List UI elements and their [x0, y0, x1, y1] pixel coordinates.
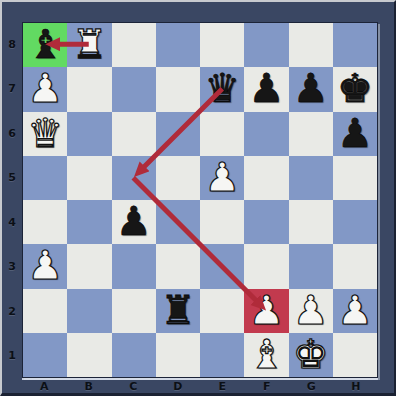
square-h5[interactable]	[333, 156, 377, 200]
file-label-g: G	[289, 378, 334, 394]
square-g4[interactable]	[289, 200, 333, 244]
square-e8[interactable]	[200, 23, 244, 67]
square-a6[interactable]: ♛	[23, 112, 67, 156]
square-a5[interactable]	[23, 156, 67, 200]
square-e7[interactable]: ♛	[200, 67, 244, 111]
rank-label-2: 2	[2, 289, 22, 334]
piece-black-pawn[interactable]: ♟	[337, 111, 373, 155]
rank-label-1: 1	[2, 334, 22, 379]
rank-label-8: 8	[2, 22, 22, 67]
file-label-c: C	[111, 378, 156, 394]
square-e1[interactable]	[200, 333, 244, 377]
piece-white-king[interactable]: ♚	[293, 332, 329, 376]
square-h4[interactable]	[333, 200, 377, 244]
file-label-d: D	[156, 378, 201, 394]
square-b3[interactable]	[67, 244, 111, 288]
piece-black-pawn[interactable]: ♟	[293, 66, 329, 110]
square-f2[interactable]: ♟	[244, 289, 288, 333]
file-label-b: B	[67, 378, 112, 394]
square-f5[interactable]	[244, 156, 288, 200]
square-c3[interactable]	[112, 244, 156, 288]
square-d5[interactable]	[156, 156, 200, 200]
square-c2[interactable]	[112, 289, 156, 333]
square-a4[interactable]	[23, 200, 67, 244]
square-d7[interactable]	[156, 67, 200, 111]
square-f1[interactable]: ♝	[244, 333, 288, 377]
square-d4[interactable]	[156, 200, 200, 244]
square-g6[interactable]	[289, 112, 333, 156]
rank-labels: 87654321	[2, 22, 22, 378]
rank-label-6: 6	[2, 111, 22, 156]
square-h7[interactable]: ♚	[333, 67, 377, 111]
square-h1[interactable]	[333, 333, 377, 377]
square-g1[interactable]: ♚	[289, 333, 333, 377]
square-e2[interactable]	[200, 289, 244, 333]
piece-black-pawn[interactable]: ♟	[248, 66, 284, 110]
rank-label-3: 3	[2, 245, 22, 290]
square-g7[interactable]: ♟	[289, 67, 333, 111]
square-g5[interactable]	[289, 156, 333, 200]
square-e5[interactable]: ♟	[200, 156, 244, 200]
square-a3[interactable]: ♟	[23, 244, 67, 288]
square-g2[interactable]: ♟	[289, 289, 333, 333]
square-d8[interactable]	[156, 23, 200, 67]
rank-label-4: 4	[2, 200, 22, 245]
square-f7[interactable]: ♟	[244, 67, 288, 111]
piece-white-pawn[interactable]: ♟	[204, 155, 240, 199]
piece-black-queen[interactable]: ♛	[204, 66, 240, 110]
square-c8[interactable]	[112, 23, 156, 67]
chess-board-window: ♝♜♟♛♟♟♚♛♟♟♟♟♜♟♟♟♝♚ 87654321 ABCDEFGH	[0, 0, 396, 396]
square-e3[interactable]	[200, 244, 244, 288]
piece-white-queen[interactable]: ♛	[27, 111, 63, 155]
square-b6[interactable]	[67, 112, 111, 156]
square-g8[interactable]	[289, 23, 333, 67]
square-a2[interactable]	[23, 289, 67, 333]
square-b8[interactable]: ♜	[67, 23, 111, 67]
piece-white-pawn[interactable]: ♟	[27, 243, 63, 287]
square-c1[interactable]	[112, 333, 156, 377]
square-b5[interactable]	[67, 156, 111, 200]
square-b4[interactable]	[67, 200, 111, 244]
piece-white-pawn[interactable]: ♟	[27, 66, 63, 110]
file-labels: ABCDEFGH	[22, 378, 378, 394]
chess-board: ♝♜♟♛♟♟♚♛♟♟♟♟♜♟♟♟♝♚	[22, 22, 378, 378]
square-a8[interactable]: ♝	[23, 23, 67, 67]
square-h6[interactable]: ♟	[333, 112, 377, 156]
piece-white-pawn[interactable]: ♟	[337, 288, 373, 332]
rank-label-5: 5	[2, 156, 22, 201]
square-b1[interactable]	[67, 333, 111, 377]
square-a1[interactable]	[23, 333, 67, 377]
piece-white-pawn[interactable]: ♟	[248, 288, 284, 332]
piece-black-bishop[interactable]: ♝	[27, 22, 63, 66]
square-g3[interactable]	[289, 244, 333, 288]
square-b7[interactable]	[67, 67, 111, 111]
file-label-a: A	[22, 378, 67, 394]
square-c5[interactable]	[112, 156, 156, 200]
square-c6[interactable]	[112, 112, 156, 156]
square-d1[interactable]	[156, 333, 200, 377]
square-d2[interactable]: ♜	[156, 289, 200, 333]
piece-black-rook[interactable]: ♜	[160, 288, 196, 332]
file-label-f: F	[245, 378, 290, 394]
square-f4[interactable]	[244, 200, 288, 244]
square-b2[interactable]	[67, 289, 111, 333]
square-e4[interactable]	[200, 200, 244, 244]
piece-white-rook[interactable]: ♜	[71, 22, 107, 66]
square-d3[interactable]	[156, 244, 200, 288]
square-e6[interactable]	[200, 112, 244, 156]
square-d6[interactable]	[156, 112, 200, 156]
piece-black-king[interactable]: ♚	[337, 66, 373, 110]
square-a7[interactable]: ♟	[23, 67, 67, 111]
square-c7[interactable]	[112, 67, 156, 111]
rank-label-7: 7	[2, 67, 22, 112]
square-f8[interactable]	[244, 23, 288, 67]
piece-black-pawn[interactable]: ♟	[116, 199, 152, 243]
file-label-h: H	[334, 378, 379, 394]
file-label-e: E	[200, 378, 245, 394]
square-f3[interactable]	[244, 244, 288, 288]
square-h2[interactable]: ♟	[333, 289, 377, 333]
piece-white-bishop[interactable]: ♝	[248, 332, 284, 376]
square-f6[interactable]	[244, 112, 288, 156]
piece-white-pawn[interactable]: ♟	[293, 288, 329, 332]
square-c4[interactable]: ♟	[112, 200, 156, 244]
square-h3[interactable]	[333, 244, 377, 288]
square-h8[interactable]	[333, 23, 377, 67]
